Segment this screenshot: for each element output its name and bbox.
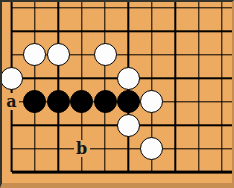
intersection-c4r6[interactable] <box>70 114 93 138</box>
white-stone <box>0 67 23 90</box>
intersection-c3r5[interactable] <box>47 90 70 114</box>
intersection-c7r1[interactable] <box>140 0 163 20</box>
intersection-c6r1[interactable] <box>117 0 140 20</box>
intersection-c10r2[interactable] <box>210 20 233 44</box>
intersection-c5r3[interactable] <box>93 43 116 67</box>
intersection-c9r1[interactable] <box>187 0 210 20</box>
intersection-c9r8[interactable] <box>187 161 210 185</box>
intersection-c5r1[interactable] <box>93 0 116 20</box>
intersection-c9r6[interactable] <box>187 114 210 138</box>
intersection-c7r2[interactable] <box>140 20 163 44</box>
intersection-c1r4[interactable] <box>0 67 23 91</box>
black-stone <box>23 90 46 113</box>
intersection-c3r2[interactable] <box>47 20 70 44</box>
intersection-c4r7[interactable]: b <box>70 137 93 161</box>
intersection-c8r7[interactable] <box>164 137 187 161</box>
label-b: b <box>74 140 90 157</box>
intersection-c2r1[interactable] <box>23 0 46 20</box>
intersection-c7r8[interactable] <box>140 161 163 185</box>
intersection-c3r1[interactable] <box>47 0 70 20</box>
intersection-c4r8[interactable] <box>70 161 93 185</box>
intersection-c2r8[interactable] <box>23 161 46 185</box>
intersection-c1r5[interactable]: a <box>0 90 23 114</box>
black-stone <box>94 90 117 113</box>
intersection-c10r8[interactable] <box>210 161 233 185</box>
intersection-c5r7[interactable] <box>93 137 116 161</box>
intersection-c7r6[interactable] <box>140 114 163 138</box>
intersection-c3r3[interactable] <box>47 43 70 67</box>
intersection-c1r8[interactable] <box>0 161 23 185</box>
intersection-c2r3[interactable] <box>23 43 46 67</box>
intersection-c10r5[interactable] <box>210 90 233 114</box>
white-stone <box>23 43 46 66</box>
intersection-c6r7[interactable] <box>117 137 140 161</box>
intersection-c8r1[interactable] <box>164 0 187 20</box>
intersection-c9r7[interactable] <box>187 137 210 161</box>
intersection-c1r3[interactable] <box>0 43 23 67</box>
intersection-c4r5[interactable] <box>70 90 93 114</box>
intersection-c3r8[interactable] <box>47 161 70 185</box>
intersection-c3r6[interactable] <box>47 114 70 138</box>
intersection-c5r5[interactable] <box>93 90 116 114</box>
intersection-c2r6[interactable] <box>23 114 46 138</box>
intersection-c4r4[interactable] <box>70 67 93 91</box>
white-stone <box>140 137 163 160</box>
intersection-c10r4[interactable] <box>210 67 233 91</box>
intersection-c10r3[interactable] <box>210 43 233 67</box>
intersection-c4r3[interactable] <box>70 43 93 67</box>
intersection-c5r6[interactable] <box>93 114 116 138</box>
intersection-c1r7[interactable] <box>0 137 23 161</box>
white-stone <box>94 43 117 66</box>
intersection-c10r1[interactable] <box>210 0 233 20</box>
intersection-c2r7[interactable] <box>23 137 46 161</box>
intersection-c6r3[interactable] <box>117 43 140 67</box>
intersection-c2r4[interactable] <box>23 67 46 91</box>
go-board-diagram: ab <box>0 0 234 188</box>
intersection-c6r6[interactable] <box>117 114 140 138</box>
intersection-c8r8[interactable] <box>164 161 187 185</box>
intersection-c2r2[interactable] <box>23 20 46 44</box>
intersection-c4r1[interactable] <box>70 0 93 20</box>
intersection-c9r4[interactable] <box>187 67 210 91</box>
intersection-c8r6[interactable] <box>164 114 187 138</box>
intersection-c5r2[interactable] <box>93 20 116 44</box>
white-stone <box>117 114 140 137</box>
intersection-c6r5[interactable] <box>117 90 140 114</box>
intersection-c6r2[interactable] <box>117 20 140 44</box>
intersection-c8r4[interactable] <box>164 67 187 91</box>
intersection-c1r1[interactable] <box>0 0 23 20</box>
go-grid: ab <box>0 0 234 184</box>
black-stone <box>70 90 93 113</box>
intersection-c8r5[interactable] <box>164 90 187 114</box>
intersection-c9r2[interactable] <box>187 20 210 44</box>
black-stone <box>117 90 140 113</box>
intersection-c2r5[interactable] <box>23 90 46 114</box>
intersection-c8r3[interactable] <box>164 43 187 67</box>
intersection-c1r6[interactable] <box>0 114 23 138</box>
black-stone <box>47 90 70 113</box>
white-stone <box>117 67 140 90</box>
intersection-c7r5[interactable] <box>140 90 163 114</box>
intersection-c10r7[interactable] <box>210 137 233 161</box>
intersection-c7r4[interactable] <box>140 67 163 91</box>
intersection-c4r2[interactable] <box>70 20 93 44</box>
intersection-c1r2[interactable] <box>0 20 23 44</box>
intersection-c5r4[interactable] <box>93 67 116 91</box>
intersection-c5r8[interactable] <box>93 161 116 185</box>
intersection-c3r7[interactable] <box>47 137 70 161</box>
intersection-c7r3[interactable] <box>140 43 163 67</box>
intersection-c7r7[interactable] <box>140 137 163 161</box>
intersection-c9r5[interactable] <box>187 90 210 114</box>
label-a: a <box>4 93 19 110</box>
intersection-c10r6[interactable] <box>210 114 233 138</box>
white-stone <box>140 90 163 113</box>
intersection-c6r4[interactable] <box>117 67 140 91</box>
intersection-c6r8[interactable] <box>117 161 140 185</box>
intersection-c9r3[interactable] <box>187 43 210 67</box>
white-stone <box>47 43 70 66</box>
intersection-c8r2[interactable] <box>164 20 187 44</box>
intersection-c3r4[interactable] <box>47 67 70 91</box>
